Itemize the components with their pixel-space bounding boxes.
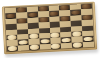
square-a1[interactable]: [7, 45, 18, 51]
board-grid: [5, 4, 94, 51]
light-checker[interactable]: [73, 42, 82, 47]
checkers-board: [2, 2, 97, 55]
light-checker[interactable]: [8, 46, 17, 51]
square-b1[interactable]: [18, 45, 29, 51]
square-f1[interactable]: [61, 42, 72, 48]
square-d1[interactable]: [39, 44, 50, 50]
square-c1[interactable]: [29, 44, 40, 50]
square-h1[interactable]: [83, 41, 94, 47]
light-checker[interactable]: [30, 45, 39, 50]
square-g1[interactable]: [72, 42, 83, 48]
product-photo-stage: [0, 0, 100, 58]
square-e1[interactable]: [50, 43, 61, 49]
light-checker[interactable]: [51, 44, 60, 49]
